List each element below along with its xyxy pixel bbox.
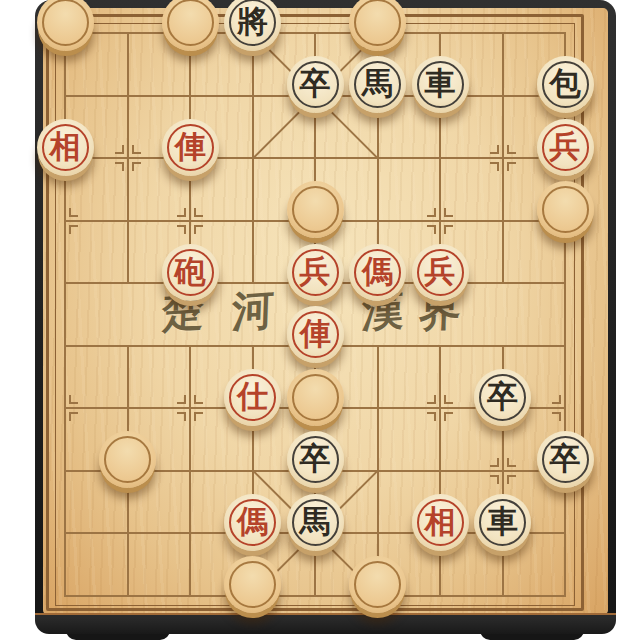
piece-red-advisor[interactable]: 仕 xyxy=(224,369,281,426)
grid-line xyxy=(564,33,566,596)
point-marker xyxy=(444,395,453,404)
piece-glyph: 包 xyxy=(550,68,581,99)
point-marker xyxy=(194,208,203,217)
point-marker xyxy=(427,225,436,234)
piece-glyph: 卒 xyxy=(487,381,518,412)
river-character: 河 xyxy=(231,281,275,340)
point-marker xyxy=(507,162,516,171)
point-marker xyxy=(507,475,516,484)
piece-red-chariot[interactable]: 俥 xyxy=(162,119,219,176)
piece-red-elephant[interactable]: 相 xyxy=(412,494,469,551)
point-marker xyxy=(132,145,141,154)
piece-red-chariot[interactable]: 俥 xyxy=(287,306,344,363)
piece-red-soldier[interactable]: 兵 xyxy=(412,244,469,301)
point-marker xyxy=(177,208,186,217)
piece-black-chariot[interactable]: 車 xyxy=(412,56,469,113)
point-marker xyxy=(69,395,78,404)
piece-hidden-facedown[interactable] xyxy=(287,181,344,238)
piece-glyph: 傌 xyxy=(237,506,268,537)
point-marker xyxy=(69,412,78,421)
point-marker xyxy=(194,225,203,234)
point-marker xyxy=(427,208,436,217)
point-marker xyxy=(69,225,78,234)
point-marker xyxy=(115,162,124,171)
point-marker xyxy=(177,395,186,404)
point-marker xyxy=(444,208,453,217)
xiangqi-app: 楚河漢界 將卒馬車包相俥兵砲兵傌兵俥仕卒卒卒傌馬相車 xyxy=(0,0,640,640)
piece-glyph: 仕 xyxy=(237,381,268,412)
piece-glyph: 兵 xyxy=(300,256,331,287)
grid-line xyxy=(64,595,566,597)
point-marker xyxy=(177,412,186,421)
board-stand xyxy=(35,613,616,634)
point-marker xyxy=(552,395,561,404)
point-marker xyxy=(507,458,516,467)
piece-glyph: 馬 xyxy=(362,68,393,99)
grid-line xyxy=(64,157,566,159)
point-marker xyxy=(427,395,436,404)
point-marker xyxy=(194,412,203,421)
piece-hidden-facedown[interactable] xyxy=(349,556,406,613)
piece-black-cannon[interactable]: 包 xyxy=(537,56,594,113)
point-marker xyxy=(115,145,124,154)
point-marker xyxy=(427,412,436,421)
piece-glyph: 馬 xyxy=(300,506,331,537)
point-marker xyxy=(444,412,453,421)
piece-black-soldier[interactable]: 卒 xyxy=(474,369,531,426)
piece-hidden-facedown[interactable] xyxy=(224,556,281,613)
piece-red-soldier[interactable]: 兵 xyxy=(537,119,594,176)
piece-glyph: 將 xyxy=(237,6,268,37)
piece-glyph: 車 xyxy=(487,506,518,537)
point-marker xyxy=(490,145,499,154)
piece-glyph: 砲 xyxy=(175,256,206,287)
point-marker xyxy=(444,225,453,234)
piece-red-elephant[interactable]: 相 xyxy=(37,119,94,176)
piece-glyph: 相 xyxy=(50,131,81,162)
point-marker xyxy=(507,145,516,154)
piece-hidden-facedown[interactable] xyxy=(537,181,594,238)
piece-black-soldier[interactable]: 卒 xyxy=(287,431,344,488)
piece-hidden-facedown[interactable] xyxy=(37,0,94,51)
piece-black-horse[interactable]: 馬 xyxy=(349,56,406,113)
piece-glyph: 卒 xyxy=(300,68,331,99)
point-marker xyxy=(132,162,141,171)
piece-black-soldier[interactable]: 卒 xyxy=(287,56,344,113)
point-marker xyxy=(69,208,78,217)
point-marker xyxy=(490,475,499,484)
piece-red-cannon[interactable]: 砲 xyxy=(162,244,219,301)
point-marker xyxy=(490,162,499,171)
piece-red-soldier[interactable]: 兵 xyxy=(287,244,344,301)
piece-hidden-facedown[interactable] xyxy=(99,431,156,488)
piece-glyph: 相 xyxy=(425,506,456,537)
piece-glyph: 傌 xyxy=(362,256,393,287)
piece-glyph: 卒 xyxy=(550,443,581,474)
piece-red-horse[interactable]: 傌 xyxy=(349,244,406,301)
grid-line xyxy=(64,33,66,596)
grid-line xyxy=(64,32,566,34)
piece-black-chariot[interactable]: 車 xyxy=(474,494,531,551)
point-marker xyxy=(552,412,561,421)
point-marker xyxy=(490,458,499,467)
piece-black-horse[interactable]: 馬 xyxy=(287,494,344,551)
piece-hidden-facedown[interactable] xyxy=(162,0,219,51)
piece-glyph: 兵 xyxy=(425,256,456,287)
piece-red-horse[interactable]: 傌 xyxy=(224,494,281,551)
point-marker xyxy=(194,395,203,404)
piece-glyph: 卒 xyxy=(300,443,331,474)
piece-glyph: 兵 xyxy=(550,131,581,162)
piece-glyph: 車 xyxy=(425,68,456,99)
piece-glyph: 俥 xyxy=(300,318,331,349)
piece-black-soldier[interactable]: 卒 xyxy=(537,431,594,488)
piece-glyph: 俥 xyxy=(175,131,206,162)
piece-hidden-facedown[interactable] xyxy=(287,369,344,426)
point-marker xyxy=(177,225,186,234)
